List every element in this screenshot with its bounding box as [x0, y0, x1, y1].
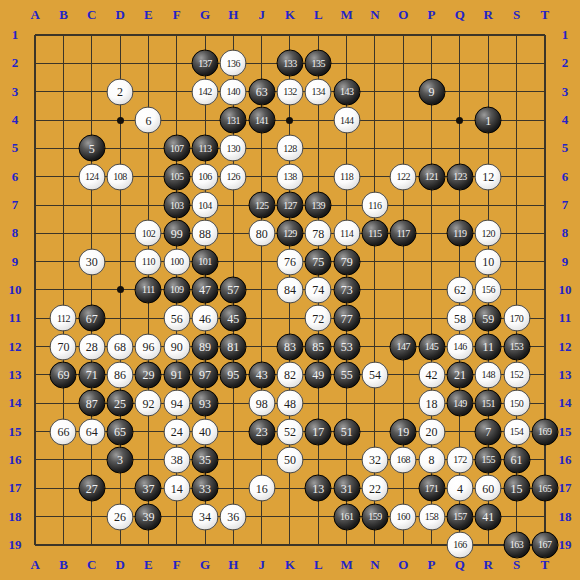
board-intersection[interactable]: [417, 134, 445, 162]
board-intersection[interactable]: 62: [446, 276, 474, 304]
board-intersection[interactable]: 29: [134, 361, 162, 389]
board-intersection[interactable]: 158: [417, 502, 445, 530]
board-intersection[interactable]: 154: [502, 417, 530, 445]
board-intersection[interactable]: [106, 531, 134, 559]
board-intersection[interactable]: 49: [304, 361, 332, 389]
board-intersection[interactable]: [248, 21, 276, 49]
board-intersection[interactable]: [134, 446, 162, 474]
board-intersection[interactable]: [134, 21, 162, 49]
board-intersection[interactable]: [389, 276, 417, 304]
board-intersection[interactable]: [446, 417, 474, 445]
board-intersection[interactable]: [21, 417, 49, 445]
board-intersection[interactable]: [219, 417, 247, 445]
board-intersection[interactable]: [446, 248, 474, 276]
board-intersection[interactable]: [21, 389, 49, 417]
board-intersection[interactable]: 7: [474, 417, 502, 445]
board-intersection[interactable]: [248, 248, 276, 276]
board-intersection[interactable]: [106, 304, 134, 332]
board-intersection[interactable]: [361, 21, 389, 49]
board-intersection[interactable]: [78, 219, 106, 247]
board-intersection[interactable]: 55: [332, 361, 360, 389]
board-intersection[interactable]: [417, 219, 445, 247]
board-intersection[interactable]: [304, 106, 332, 134]
board-intersection[interactable]: 93: [191, 389, 219, 417]
board-intersection[interactable]: [361, 389, 389, 417]
board-intersection[interactable]: [49, 276, 77, 304]
board-intersection[interactable]: [531, 502, 559, 530]
board-intersection[interactable]: 160: [389, 502, 417, 530]
board-intersection[interactable]: [531, 191, 559, 219]
board-intersection[interactable]: [389, 191, 417, 219]
board-intersection[interactable]: [49, 191, 77, 219]
board-intersection[interactable]: 135: [304, 49, 332, 77]
board-intersection[interactable]: [361, 106, 389, 134]
board-intersection[interactable]: 28: [78, 332, 106, 360]
board-intersection[interactable]: [49, 531, 77, 559]
board-intersection[interactable]: [21, 531, 49, 559]
board-intersection[interactable]: [106, 474, 134, 502]
board-intersection[interactable]: 112: [49, 304, 77, 332]
board-intersection[interactable]: [106, 134, 134, 162]
board-intersection[interactable]: [276, 21, 304, 49]
board-intersection[interactable]: 81: [219, 332, 247, 360]
board-intersection[interactable]: 21: [446, 361, 474, 389]
board-intersection[interactable]: 108: [106, 163, 134, 191]
board-intersection[interactable]: 165: [531, 474, 559, 502]
board-intersection[interactable]: 140: [219, 78, 247, 106]
board-intersection[interactable]: 2: [106, 78, 134, 106]
board-intersection[interactable]: [219, 219, 247, 247]
board-intersection[interactable]: [361, 163, 389, 191]
board-intersection[interactable]: [134, 304, 162, 332]
board-intersection[interactable]: 43: [248, 361, 276, 389]
board-intersection[interactable]: 90: [163, 332, 191, 360]
board-intersection[interactable]: 63: [248, 78, 276, 106]
board-intersection[interactable]: [389, 361, 417, 389]
board-intersection[interactable]: [332, 389, 360, 417]
board-intersection[interactable]: 85: [304, 332, 332, 360]
board-intersection[interactable]: [49, 389, 77, 417]
board-intersection[interactable]: 19: [389, 417, 417, 445]
board-intersection[interactable]: [417, 304, 445, 332]
board-intersection[interactable]: 145: [417, 332, 445, 360]
board-intersection[interactable]: [474, 49, 502, 77]
board-intersection[interactable]: [531, 389, 559, 417]
board-intersection[interactable]: 98: [248, 389, 276, 417]
board-intersection[interactable]: [248, 304, 276, 332]
board-intersection[interactable]: 87: [78, 389, 106, 417]
board-intersection[interactable]: 60: [474, 474, 502, 502]
board-intersection[interactable]: [417, 191, 445, 219]
board-intersection[interactable]: 39: [134, 502, 162, 530]
board-intersection[interactable]: [248, 276, 276, 304]
board-intersection[interactable]: 13: [304, 474, 332, 502]
board-intersection[interactable]: [361, 276, 389, 304]
board-intersection[interactable]: [21, 276, 49, 304]
board-intersection[interactable]: [134, 417, 162, 445]
board-intersection[interactable]: 80: [248, 219, 276, 247]
board-intersection[interactable]: [21, 304, 49, 332]
board-intersection[interactable]: [474, 21, 502, 49]
board-intersection[interactable]: [389, 474, 417, 502]
board-intersection[interactable]: [21, 248, 49, 276]
board-intersection[interactable]: 122: [389, 163, 417, 191]
board-intersection[interactable]: [49, 49, 77, 77]
board-intersection[interactable]: 32: [361, 446, 389, 474]
board-intersection[interactable]: 22: [361, 474, 389, 502]
board-intersection[interactable]: [417, 248, 445, 276]
board-intersection[interactable]: [417, 276, 445, 304]
board-intersection[interactable]: 125: [248, 191, 276, 219]
board-intersection[interactable]: [134, 163, 162, 191]
board-intersection[interactable]: 100: [163, 248, 191, 276]
board-intersection[interactable]: [21, 106, 49, 134]
board-intersection[interactable]: [502, 106, 530, 134]
board-intersection[interactable]: [163, 49, 191, 77]
board-intersection[interactable]: 123: [446, 163, 474, 191]
board-intersection[interactable]: [78, 106, 106, 134]
board-intersection[interactable]: [21, 134, 49, 162]
board-intersection[interactable]: [389, 389, 417, 417]
board-intersection[interactable]: [106, 21, 134, 49]
board-intersection[interactable]: 17: [304, 417, 332, 445]
board-intersection[interactable]: [248, 163, 276, 191]
board-intersection[interactable]: 57: [219, 276, 247, 304]
board-intersection[interactable]: [502, 163, 530, 191]
board-intersection[interactable]: 157: [446, 502, 474, 530]
board-intersection[interactable]: 26: [106, 502, 134, 530]
board-intersection[interactable]: 84: [276, 276, 304, 304]
board-intersection[interactable]: [134, 191, 162, 219]
board-intersection[interactable]: [502, 191, 530, 219]
board-intersection[interactable]: 119: [446, 219, 474, 247]
board-intersection[interactable]: [446, 106, 474, 134]
board-intersection[interactable]: 150: [502, 389, 530, 417]
board-intersection[interactable]: 11: [474, 332, 502, 360]
board-intersection[interactable]: [248, 332, 276, 360]
board-intersection[interactable]: [21, 502, 49, 530]
board-intersection[interactable]: [49, 474, 77, 502]
board-intersection[interactable]: 111: [134, 276, 162, 304]
board-intersection[interactable]: 143: [332, 78, 360, 106]
board-intersection[interactable]: [389, 21, 417, 49]
board-intersection[interactable]: 30: [78, 248, 106, 276]
board-intersection[interactable]: 95: [219, 361, 247, 389]
board-intersection[interactable]: [502, 248, 530, 276]
board-intersection[interactable]: [21, 163, 49, 191]
board-intersection[interactable]: [417, 21, 445, 49]
board-intersection[interactable]: 12: [474, 163, 502, 191]
board-intersection[interactable]: [21, 332, 49, 360]
board-intersection[interactable]: 141: [248, 106, 276, 134]
board-intersection[interactable]: 149: [446, 389, 474, 417]
board-intersection[interactable]: 86: [106, 361, 134, 389]
board-intersection[interactable]: 38: [163, 446, 191, 474]
board-intersection[interactable]: [474, 531, 502, 559]
board-intersection[interactable]: [332, 531, 360, 559]
board-intersection[interactable]: 168: [389, 446, 417, 474]
board-intersection[interactable]: [219, 474, 247, 502]
board-intersection[interactable]: [78, 276, 106, 304]
board-intersection[interactable]: 31: [332, 474, 360, 502]
board-intersection[interactable]: [106, 106, 134, 134]
board-intersection[interactable]: 6: [134, 106, 162, 134]
board-intersection[interactable]: [389, 78, 417, 106]
board-intersection[interactable]: 48: [276, 389, 304, 417]
board-intersection[interactable]: 127: [276, 191, 304, 219]
board-intersection[interactable]: 4: [446, 474, 474, 502]
board-intersection[interactable]: [531, 163, 559, 191]
board-intersection[interactable]: 47: [191, 276, 219, 304]
board-intersection[interactable]: 73: [332, 276, 360, 304]
board-intersection[interactable]: [163, 78, 191, 106]
board-intersection[interactable]: 10: [474, 248, 502, 276]
board-intersection[interactable]: [49, 21, 77, 49]
board-intersection[interactable]: 113: [191, 134, 219, 162]
board-intersection[interactable]: 153: [502, 332, 530, 360]
board-intersection[interactable]: 167: [531, 531, 559, 559]
board-intersection[interactable]: [21, 49, 49, 77]
board-intersection[interactable]: 171: [417, 474, 445, 502]
board-intersection[interactable]: 56: [163, 304, 191, 332]
board-intersection[interactable]: [219, 248, 247, 276]
board-intersection[interactable]: 97: [191, 361, 219, 389]
board-intersection[interactable]: [276, 502, 304, 530]
board-intersection[interactable]: 70: [49, 332, 77, 360]
board-intersection[interactable]: [417, 531, 445, 559]
board-intersection[interactable]: 131: [219, 106, 247, 134]
board-intersection[interactable]: [361, 417, 389, 445]
board-intersection[interactable]: [21, 21, 49, 49]
board-intersection[interactable]: 144: [332, 106, 360, 134]
board-intersection[interactable]: 82: [276, 361, 304, 389]
board-intersection[interactable]: [78, 191, 106, 219]
board-intersection[interactable]: 126: [219, 163, 247, 191]
board-intersection[interactable]: 102: [134, 219, 162, 247]
board-intersection[interactable]: [134, 78, 162, 106]
board-intersection[interactable]: [78, 531, 106, 559]
board-intersection[interactable]: [361, 332, 389, 360]
board-intersection[interactable]: [304, 21, 332, 49]
board-intersection[interactable]: [304, 531, 332, 559]
board-intersection[interactable]: 151: [474, 389, 502, 417]
board-intersection[interactable]: 33: [191, 474, 219, 502]
board-intersection[interactable]: [531, 106, 559, 134]
board-intersection[interactable]: [389, 531, 417, 559]
board-intersection[interactable]: 124: [78, 163, 106, 191]
board-intersection[interactable]: [332, 191, 360, 219]
board-intersection[interactable]: 133: [276, 49, 304, 77]
board-intersection[interactable]: [49, 163, 77, 191]
board-intersection[interactable]: 83: [276, 332, 304, 360]
board-intersection[interactable]: 128: [276, 134, 304, 162]
board-intersection[interactable]: [361, 248, 389, 276]
board-intersection[interactable]: [361, 134, 389, 162]
board-intersection[interactable]: 15: [502, 474, 530, 502]
board-intersection[interactable]: [389, 248, 417, 276]
board-intersection[interactable]: [78, 446, 106, 474]
board-intersection[interactable]: 118: [332, 163, 360, 191]
board-intersection[interactable]: [163, 106, 191, 134]
board-intersection[interactable]: 58: [446, 304, 474, 332]
board-intersection[interactable]: 137: [191, 49, 219, 77]
board-intersection[interactable]: [21, 78, 49, 106]
board-intersection[interactable]: 169: [531, 417, 559, 445]
board-intersection[interactable]: 23: [248, 417, 276, 445]
board-intersection[interactable]: 156: [474, 276, 502, 304]
board-intersection[interactable]: 110: [134, 248, 162, 276]
board-intersection[interactable]: 134: [304, 78, 332, 106]
board-intersection[interactable]: 54: [361, 361, 389, 389]
board-intersection[interactable]: 9: [417, 78, 445, 106]
board-intersection[interactable]: [276, 304, 304, 332]
board-intersection[interactable]: [248, 502, 276, 530]
board-intersection[interactable]: 72: [304, 304, 332, 332]
board-intersection[interactable]: 46: [191, 304, 219, 332]
board-intersection[interactable]: [134, 49, 162, 77]
board-intersection[interactable]: 166: [446, 531, 474, 559]
board-intersection[interactable]: [248, 531, 276, 559]
board-intersection[interactable]: 65: [106, 417, 134, 445]
board-intersection[interactable]: [219, 389, 247, 417]
board-intersection[interactable]: 107: [163, 134, 191, 162]
board-intersection[interactable]: 24: [163, 417, 191, 445]
board-intersection[interactable]: [474, 191, 502, 219]
board-intersection[interactable]: 1: [474, 106, 502, 134]
board-intersection[interactable]: 8: [417, 446, 445, 474]
board-intersection[interactable]: [134, 531, 162, 559]
board-intersection[interactable]: [78, 502, 106, 530]
board-intersection[interactable]: [502, 21, 530, 49]
board-intersection[interactable]: [446, 191, 474, 219]
board-intersection[interactable]: [248, 134, 276, 162]
board-intersection[interactable]: 104: [191, 191, 219, 219]
board-intersection[interactable]: [304, 502, 332, 530]
board-intersection[interactable]: [389, 304, 417, 332]
board-intersection[interactable]: [389, 134, 417, 162]
board-intersection[interactable]: 77: [332, 304, 360, 332]
board-intersection[interactable]: [304, 446, 332, 474]
board-intersection[interactable]: [531, 332, 559, 360]
board-intersection[interactable]: 41: [474, 502, 502, 530]
board-intersection[interactable]: [502, 78, 530, 106]
board-intersection[interactable]: 74: [304, 276, 332, 304]
board-intersection[interactable]: 120: [474, 219, 502, 247]
board-intersection[interactable]: [106, 276, 134, 304]
board-intersection[interactable]: 103: [163, 191, 191, 219]
board-intersection[interactable]: 114: [332, 219, 360, 247]
board-intersection[interactable]: 61: [502, 446, 530, 474]
board-intersection[interactable]: [332, 134, 360, 162]
board-intersection[interactable]: 37: [134, 474, 162, 502]
board-intersection[interactable]: [49, 106, 77, 134]
board-intersection[interactable]: 27: [78, 474, 106, 502]
board-intersection[interactable]: [248, 49, 276, 77]
board-intersection[interactable]: [474, 134, 502, 162]
board-intersection[interactable]: [332, 446, 360, 474]
board-intersection[interactable]: 138: [276, 163, 304, 191]
board-intersection[interactable]: [531, 361, 559, 389]
board-intersection[interactable]: [219, 446, 247, 474]
board-intersection[interactable]: [531, 49, 559, 77]
board-intersection[interactable]: [502, 276, 530, 304]
board-intersection[interactable]: 89: [191, 332, 219, 360]
board-intersection[interactable]: 163: [502, 531, 530, 559]
board-intersection[interactable]: 121: [417, 163, 445, 191]
board-intersection[interactable]: 117: [389, 219, 417, 247]
board-intersection[interactable]: 69: [49, 361, 77, 389]
board-intersection[interactable]: [78, 49, 106, 77]
board-intersection[interactable]: [163, 531, 191, 559]
board-intersection[interactable]: 132: [276, 78, 304, 106]
board-intersection[interactable]: 101: [191, 248, 219, 276]
board-intersection[interactable]: [106, 49, 134, 77]
board-intersection[interactable]: [219, 531, 247, 559]
board-intersection[interactable]: 75: [304, 248, 332, 276]
board-intersection[interactable]: [49, 446, 77, 474]
board-intersection[interactable]: 147: [389, 332, 417, 360]
board-intersection[interactable]: 20: [417, 417, 445, 445]
board-intersection[interactable]: [417, 49, 445, 77]
board-intersection[interactable]: 40: [191, 417, 219, 445]
board-intersection[interactable]: 34: [191, 502, 219, 530]
board-intersection[interactable]: 161: [332, 502, 360, 530]
board-intersection[interactable]: [446, 21, 474, 49]
board-intersection[interactable]: 59: [474, 304, 502, 332]
board-intersection[interactable]: [446, 49, 474, 77]
board-intersection[interactable]: [531, 304, 559, 332]
board-intersection[interactable]: 78: [304, 219, 332, 247]
board-intersection[interactable]: 42: [417, 361, 445, 389]
board-intersection[interactable]: 18: [417, 389, 445, 417]
board-intersection[interactable]: 155: [474, 446, 502, 474]
board-intersection[interactable]: 16: [248, 474, 276, 502]
board-intersection[interactable]: [49, 78, 77, 106]
board-intersection[interactable]: [531, 446, 559, 474]
board-intersection[interactable]: 68: [106, 332, 134, 360]
board-intersection[interactable]: 172: [446, 446, 474, 474]
board-intersection[interactable]: 142: [191, 78, 219, 106]
board-intersection[interactable]: [531, 276, 559, 304]
board-intersection[interactable]: [531, 78, 559, 106]
board-intersection[interactable]: [163, 21, 191, 49]
board-intersection[interactable]: [361, 531, 389, 559]
board-intersection[interactable]: [219, 191, 247, 219]
board-intersection[interactable]: 79: [332, 248, 360, 276]
board-intersection[interactable]: [21, 219, 49, 247]
board-intersection[interactable]: [304, 163, 332, 191]
board-intersection[interactable]: [106, 191, 134, 219]
board-intersection[interactable]: 94: [163, 389, 191, 417]
board-intersection[interactable]: [163, 502, 191, 530]
board-intersection[interactable]: 3: [106, 446, 134, 474]
board-intersection[interactable]: [502, 134, 530, 162]
board-intersection[interactable]: 159: [361, 502, 389, 530]
board-intersection[interactable]: 136: [219, 49, 247, 77]
board-intersection[interactable]: 99: [163, 219, 191, 247]
board-intersection[interactable]: [276, 531, 304, 559]
board-intersection[interactable]: 50: [276, 446, 304, 474]
board-intersection[interactable]: [219, 21, 247, 49]
board-intersection[interactable]: 36: [219, 502, 247, 530]
board-intersection[interactable]: [191, 21, 219, 49]
board-intersection[interactable]: [474, 78, 502, 106]
board-intersection[interactable]: 170: [502, 304, 530, 332]
board-intersection[interactable]: [49, 134, 77, 162]
board-intersection[interactable]: 45: [219, 304, 247, 332]
board-intersection[interactable]: 35: [191, 446, 219, 474]
board-intersection[interactable]: 25: [106, 389, 134, 417]
